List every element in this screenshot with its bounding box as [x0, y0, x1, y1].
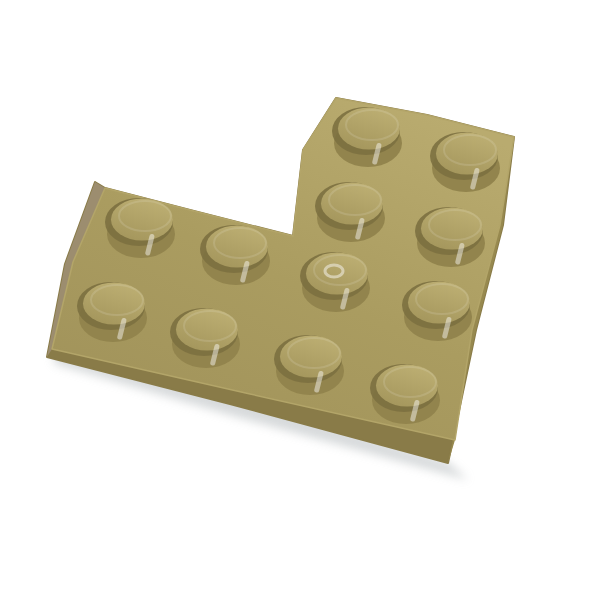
photo-canvas [0, 0, 600, 600]
stud-r3c1 [105, 198, 175, 258]
lego-plate-photo [0, 0, 600, 600]
stud-r1c3 [332, 107, 402, 167]
stud-r3c3 [300, 252, 370, 312]
stud-r4c2 [170, 308, 240, 368]
stud-r1c4 [430, 132, 500, 192]
stud-r4c1 [77, 282, 147, 342]
stud-r2c3 [315, 182, 385, 242]
stud-r3c4 [402, 281, 472, 341]
stud-r2c4 [415, 207, 485, 267]
stud-r4c4 [370, 364, 440, 424]
stud-r3c2 [200, 225, 270, 285]
stud-r4c3 [274, 335, 344, 395]
